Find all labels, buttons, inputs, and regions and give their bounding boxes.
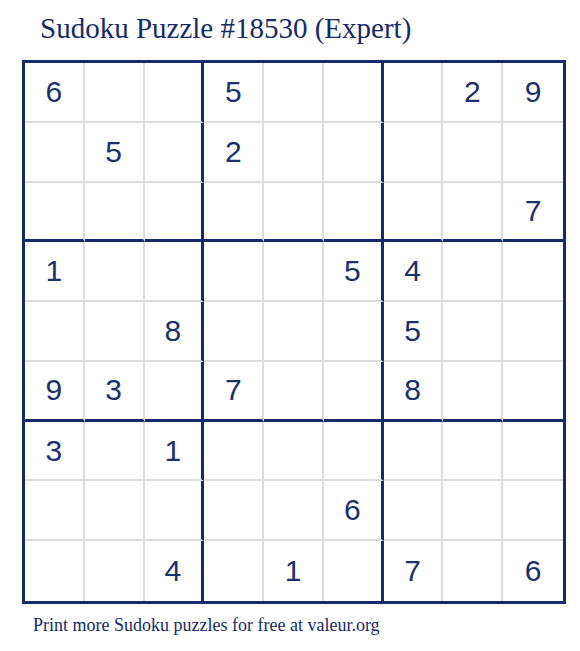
- cell-r4c2: [85, 242, 145, 302]
- cell-r4c4: [204, 242, 264, 302]
- cell-r8c4: [204, 481, 264, 541]
- cell-r7c9: [503, 422, 563, 482]
- cell-r5c3: 8: [145, 302, 205, 362]
- cell-r8c1: [25, 481, 85, 541]
- cell-r9c3: 4: [145, 541, 205, 601]
- cell-r8c5: [264, 481, 324, 541]
- cell-r2c1: [25, 123, 85, 183]
- cell-r9c7: 7: [384, 541, 444, 601]
- cell-r4c5: [264, 242, 324, 302]
- cell-r9c1: [25, 541, 85, 601]
- sudoku-page: Sudoku Puzzle #18530 (Expert) 6529527154…: [0, 0, 580, 651]
- cell-r6c5: [264, 362, 324, 422]
- cell-r5c1: [25, 302, 85, 362]
- cell-r9c6: [324, 541, 384, 601]
- cell-r2c4: 2: [204, 123, 264, 183]
- cell-r7c3: 1: [145, 422, 205, 482]
- cell-r6c3: [145, 362, 205, 422]
- cell-r4c6: 5: [324, 242, 384, 302]
- cell-r5c6: [324, 302, 384, 362]
- cell-r3c8: [443, 183, 503, 243]
- cell-r9c5: 1: [264, 541, 324, 601]
- cell-r6c8: [443, 362, 503, 422]
- cell-r2c2: 5: [85, 123, 145, 183]
- cell-r3c4: [204, 183, 264, 243]
- cell-r6c9: [503, 362, 563, 422]
- cell-r8c3: [145, 481, 205, 541]
- cell-r1c9: 9: [503, 63, 563, 123]
- cell-r7c6: [324, 422, 384, 482]
- cell-r9c4: [204, 541, 264, 601]
- cell-r6c7: 8: [384, 362, 444, 422]
- cell-r5c9: [503, 302, 563, 362]
- cell-r1c6: [324, 63, 384, 123]
- cell-r2c6: [324, 123, 384, 183]
- cell-r3c7: [384, 183, 444, 243]
- cell-r2c5: [264, 123, 324, 183]
- sudoku-board: 65295271548593783164176: [22, 60, 566, 604]
- cell-r7c5: [264, 422, 324, 482]
- cell-r2c8: [443, 123, 503, 183]
- cell-r5c4: [204, 302, 264, 362]
- cell-r6c1: 9: [25, 362, 85, 422]
- cell-r1c1: 6: [25, 63, 85, 123]
- cell-r7c7: [384, 422, 444, 482]
- cell-r2c7: [384, 123, 444, 183]
- cell-r8c2: [85, 481, 145, 541]
- cell-r2c3: [145, 123, 205, 183]
- cell-r8c9: [503, 481, 563, 541]
- cell-r9c9: 6: [503, 541, 563, 601]
- cell-r8c8: [443, 481, 503, 541]
- cell-r1c8: 2: [443, 63, 503, 123]
- cell-r4c1: 1: [25, 242, 85, 302]
- cell-r3c3: [145, 183, 205, 243]
- cell-r3c6: [324, 183, 384, 243]
- cell-r3c5: [264, 183, 324, 243]
- cell-r1c7: [384, 63, 444, 123]
- cell-r9c8: [443, 541, 503, 601]
- cell-r7c8: [443, 422, 503, 482]
- cell-r4c7: 4: [384, 242, 444, 302]
- cell-r8c7: [384, 481, 444, 541]
- cell-r3c2: [85, 183, 145, 243]
- footer-text: Print more Sudoku puzzles for free at va…: [33, 615, 380, 636]
- cell-r1c2: [85, 63, 145, 123]
- page-title: Sudoku Puzzle #18530 (Expert): [40, 12, 411, 45]
- cell-r6c4: 7: [204, 362, 264, 422]
- cell-r7c4: [204, 422, 264, 482]
- cell-r3c1: [25, 183, 85, 243]
- cell-r5c2: [85, 302, 145, 362]
- cell-r1c3: [145, 63, 205, 123]
- cell-r1c4: 5: [204, 63, 264, 123]
- cell-r7c1: 3: [25, 422, 85, 482]
- cell-r3c9: 7: [503, 183, 563, 243]
- cell-r4c3: [145, 242, 205, 302]
- cell-r6c6: [324, 362, 384, 422]
- cell-r1c5: [264, 63, 324, 123]
- cell-r4c9: [503, 242, 563, 302]
- cell-r4c8: [443, 242, 503, 302]
- cell-r7c2: [85, 422, 145, 482]
- cell-r5c7: 5: [384, 302, 444, 362]
- cell-r9c2: [85, 541, 145, 601]
- cell-r5c5: [264, 302, 324, 362]
- cell-r6c2: 3: [85, 362, 145, 422]
- cell-r2c9: [503, 123, 563, 183]
- cell-r8c6: 6: [324, 481, 384, 541]
- cell-r5c8: [443, 302, 503, 362]
